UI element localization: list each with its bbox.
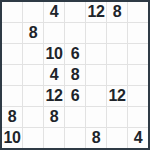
- cell-r2c2[interactable]: 8: [23, 23, 43, 43]
- cell-r1c6[interactable]: 8: [107, 2, 127, 22]
- cell-r5c3[interactable]: 12: [44, 86, 64, 106]
- cell-r3c2[interactable]: [23, 44, 43, 64]
- cell-r3c4[interactable]: 6: [65, 44, 85, 64]
- cell-r5c2[interactable]: [23, 86, 43, 106]
- cell-r3c5[interactable]: [86, 44, 106, 64]
- cell-r6c2[interactable]: [23, 107, 43, 127]
- cell-r6c1[interactable]: 8: [2, 107, 22, 127]
- cell-r2c3[interactable]: [44, 23, 64, 43]
- cell-r4c2[interactable]: [23, 65, 43, 85]
- cell-r6c6[interactable]: [107, 107, 127, 127]
- cell-r3c6[interactable]: [107, 44, 127, 64]
- cell-r4c6[interactable]: [107, 65, 127, 85]
- cell-r4c3[interactable]: 4: [44, 65, 64, 85]
- cell-r7c4[interactable]: [65, 128, 85, 148]
- cell-r7c5[interactable]: 8: [86, 128, 106, 148]
- cell-r3c1[interactable]: [2, 44, 22, 64]
- cell-r7c6[interactable]: [107, 128, 127, 148]
- cell-r6c3[interactable]: 8: [44, 107, 64, 127]
- cell-r2c4[interactable]: [65, 23, 85, 43]
- cell-r2c1[interactable]: [2, 23, 22, 43]
- cell-r7c3[interactable]: [44, 128, 64, 148]
- cell-r6c7[interactable]: [128, 107, 148, 127]
- cell-r1c2[interactable]: [23, 2, 43, 22]
- cell-r3c7[interactable]: [128, 44, 148, 64]
- cell-r5c7[interactable]: [128, 86, 148, 106]
- cell-r4c5[interactable]: [86, 65, 106, 85]
- cell-r5c5[interactable]: [86, 86, 106, 106]
- cell-r7c7[interactable]: 4: [128, 128, 148, 148]
- cell-r4c4[interactable]: 8: [65, 65, 85, 85]
- cell-r5c4[interactable]: 6: [65, 86, 85, 106]
- cell-r5c6[interactable]: 12: [107, 86, 127, 106]
- cell-r6c4[interactable]: [65, 107, 85, 127]
- cell-r4c7[interactable]: [128, 65, 148, 85]
- puzzle-board: 412881064812612881084: [0, 0, 150, 150]
- cell-r3c3[interactable]: 10: [44, 44, 64, 64]
- cell-r1c7[interactable]: [128, 2, 148, 22]
- cell-r4c1[interactable]: [2, 65, 22, 85]
- cell-r2c6[interactable]: [107, 23, 127, 43]
- cell-r2c5[interactable]: [86, 23, 106, 43]
- cell-r1c1[interactable]: [2, 2, 22, 22]
- cell-r7c1[interactable]: 10: [2, 128, 22, 148]
- cell-r6c5[interactable]: [86, 107, 106, 127]
- cell-r2c7[interactable]: [128, 23, 148, 43]
- cell-r5c1[interactable]: [2, 86, 22, 106]
- cell-r1c3[interactable]: 4: [44, 2, 64, 22]
- cell-r1c5[interactable]: 12: [86, 2, 106, 22]
- puzzle-grid: 412881064812612881084: [2, 2, 148, 148]
- cell-r1c4[interactable]: [65, 2, 85, 22]
- cell-r7c2[interactable]: [23, 128, 43, 148]
